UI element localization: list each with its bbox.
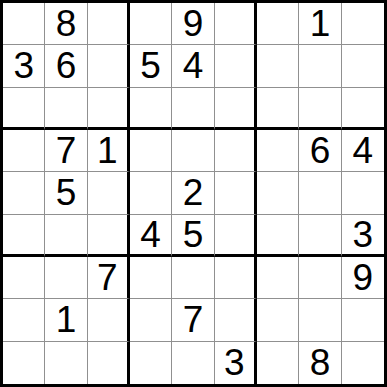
cell-r1c9-empty[interactable] xyxy=(342,3,384,45)
cell-r5c8-empty[interactable] xyxy=(299,172,341,214)
cell-r2c3-empty[interactable] xyxy=(88,45,130,87)
cell-r4c3-given[interactable]: 1 xyxy=(88,130,130,172)
cell-r4c6-empty[interactable] xyxy=(215,130,257,172)
cell-r1c6-empty[interactable] xyxy=(215,3,257,45)
cell-r3c4-empty[interactable] xyxy=(130,88,172,130)
cell-r7c5-empty[interactable] xyxy=(172,257,214,299)
cell-r5c9-empty[interactable] xyxy=(342,172,384,214)
cell-r1c7-empty[interactable] xyxy=(257,3,299,45)
cell-r4c1-empty[interactable] xyxy=(3,130,45,172)
cell-r1c4-empty[interactable] xyxy=(130,3,172,45)
cell-r8c8-empty[interactable] xyxy=(299,299,341,341)
cell-r9c7-empty[interactable] xyxy=(257,342,299,384)
cell-r8c5-given[interactable]: 7 xyxy=(172,299,214,341)
cell-r4c5-empty[interactable] xyxy=(172,130,214,172)
cell-r6c2-empty[interactable] xyxy=(45,215,87,257)
cell-r3c9-empty[interactable] xyxy=(342,88,384,130)
sudoku-board: 8913654716452453791738 xyxy=(0,0,387,387)
cell-r8c9-empty[interactable] xyxy=(342,299,384,341)
cell-r5c7-empty[interactable] xyxy=(257,172,299,214)
cell-r5c3-empty[interactable] xyxy=(88,172,130,214)
cell-r3c3-empty[interactable] xyxy=(88,88,130,130)
cell-r6c4-given[interactable]: 4 xyxy=(130,215,172,257)
cell-r4c4-empty[interactable] xyxy=(130,130,172,172)
cell-r9c2-empty[interactable] xyxy=(45,342,87,384)
cell-r8c6-empty[interactable] xyxy=(215,299,257,341)
cell-r6c5-given[interactable]: 5 xyxy=(172,215,214,257)
cell-r9c5-empty[interactable] xyxy=(172,342,214,384)
cell-r7c6-empty[interactable] xyxy=(215,257,257,299)
cell-r7c3-given[interactable]: 7 xyxy=(88,257,130,299)
cell-r3c7-empty[interactable] xyxy=(257,88,299,130)
cell-r6c9-given[interactable]: 3 xyxy=(342,215,384,257)
cell-r7c8-empty[interactable] xyxy=(299,257,341,299)
cell-r6c8-empty[interactable] xyxy=(299,215,341,257)
cell-r9c6-given[interactable]: 3 xyxy=(215,342,257,384)
cell-r8c4-empty[interactable] xyxy=(130,299,172,341)
cell-r3c2-empty[interactable] xyxy=(45,88,87,130)
cell-r3c6-empty[interactable] xyxy=(215,88,257,130)
cell-r5c5-given[interactable]: 2 xyxy=(172,172,214,214)
cell-r2c8-empty[interactable] xyxy=(299,45,341,87)
cell-r4c7-empty[interactable] xyxy=(257,130,299,172)
cell-r5c4-empty[interactable] xyxy=(130,172,172,214)
cell-r7c1-empty[interactable] xyxy=(3,257,45,299)
cell-r1c8-given[interactable]: 1 xyxy=(299,3,341,45)
cell-r7c7-empty[interactable] xyxy=(257,257,299,299)
cell-r4c2-given[interactable]: 7 xyxy=(45,130,87,172)
cell-r5c2-given[interactable]: 5 xyxy=(45,172,87,214)
cell-r5c1-empty[interactable] xyxy=(3,172,45,214)
cell-r6c6-empty[interactable] xyxy=(215,215,257,257)
cell-r2c7-empty[interactable] xyxy=(257,45,299,87)
cell-r2c1-given[interactable]: 3 xyxy=(3,45,45,87)
cell-r5c6-empty[interactable] xyxy=(215,172,257,214)
cell-r8c2-given[interactable]: 1 xyxy=(45,299,87,341)
cell-r3c5-empty[interactable] xyxy=(172,88,214,130)
cell-r9c1-empty[interactable] xyxy=(3,342,45,384)
cell-r7c2-empty[interactable] xyxy=(45,257,87,299)
cell-r4c9-given[interactable]: 4 xyxy=(342,130,384,172)
cell-r7c4-empty[interactable] xyxy=(130,257,172,299)
cell-r8c7-empty[interactable] xyxy=(257,299,299,341)
cell-r2c5-given[interactable]: 4 xyxy=(172,45,214,87)
cell-r9c9-empty[interactable] xyxy=(342,342,384,384)
cell-r1c5-given[interactable]: 9 xyxy=(172,3,214,45)
cell-r9c4-empty[interactable] xyxy=(130,342,172,384)
cell-r6c1-empty[interactable] xyxy=(3,215,45,257)
cell-r1c2-given[interactable]: 8 xyxy=(45,3,87,45)
cell-r2c2-given[interactable]: 6 xyxy=(45,45,87,87)
cell-r2c6-empty[interactable] xyxy=(215,45,257,87)
cell-r2c9-empty[interactable] xyxy=(342,45,384,87)
cell-r8c1-empty[interactable] xyxy=(3,299,45,341)
cell-r1c3-empty[interactable] xyxy=(88,3,130,45)
cell-r6c7-empty[interactable] xyxy=(257,215,299,257)
cell-r9c8-given[interactable]: 8 xyxy=(299,342,341,384)
cell-r1c1-empty[interactable] xyxy=(3,3,45,45)
cell-r4c8-given[interactable]: 6 xyxy=(299,130,341,172)
cell-r3c8-empty[interactable] xyxy=(299,88,341,130)
cell-r9c3-empty[interactable] xyxy=(88,342,130,384)
cell-r7c9-given[interactable]: 9 xyxy=(342,257,384,299)
cell-r3c1-empty[interactable] xyxy=(3,88,45,130)
cell-r8c3-empty[interactable] xyxy=(88,299,130,341)
cell-r2c4-given[interactable]: 5 xyxy=(130,45,172,87)
cell-r6c3-empty[interactable] xyxy=(88,215,130,257)
